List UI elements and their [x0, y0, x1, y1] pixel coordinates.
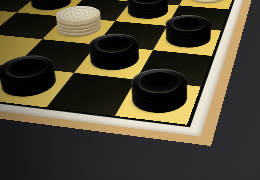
black-piece[interactable] — [125, 84, 191, 119]
black-piece[interactable] — [123, 4, 172, 23]
photo-stage — [0, 0, 260, 180]
black-piece[interactable] — [161, 29, 214, 52]
square-r8c6[interactable] — [0, 66, 74, 107]
board-scene — [0, 0, 260, 180]
black-piece[interactable] — [84, 48, 145, 75]
checkers-board — [0, 0, 260, 146]
board-frame — [0, 0, 252, 127]
board-grid — [0, 0, 250, 125]
